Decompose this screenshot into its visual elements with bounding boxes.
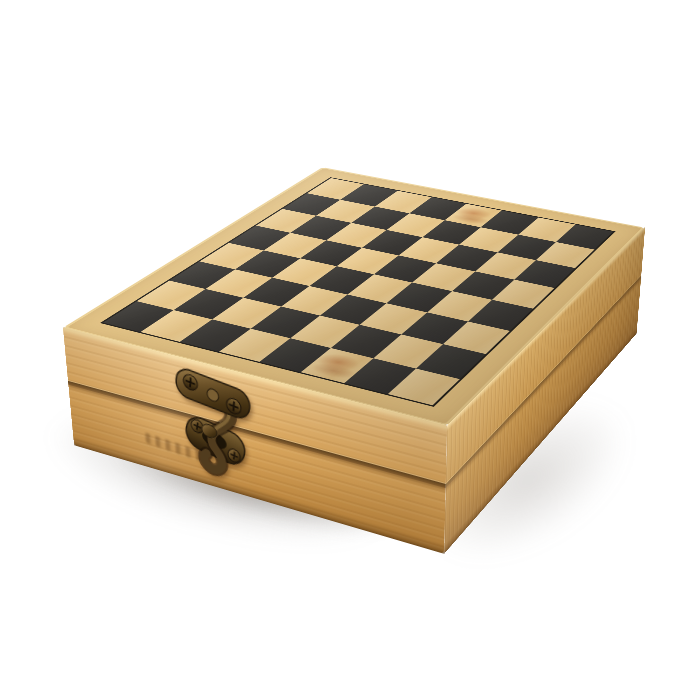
chess-box — [208, 237, 559, 430]
product-photo: { "game": { "name": "chess", "descriptio… — [0, 0, 700, 700]
scene — [0, 0, 700, 700]
